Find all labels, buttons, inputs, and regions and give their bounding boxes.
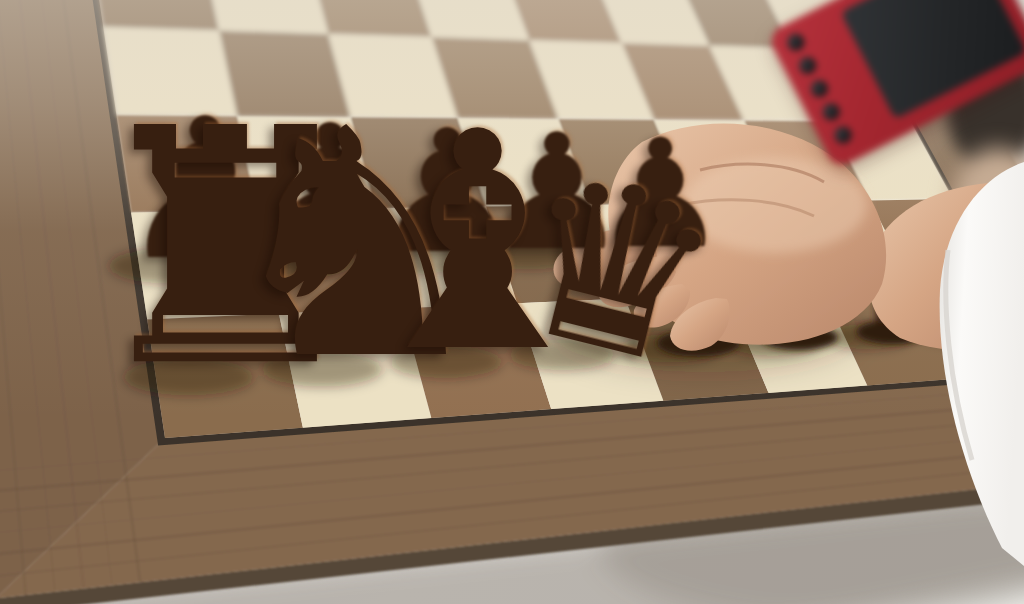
clock-button bbox=[832, 124, 855, 147]
clock-button bbox=[796, 54, 819, 77]
clock-button bbox=[784, 31, 807, 54]
chess-photo-scene: ♟♟♟♟♟♜♞♝♛ bbox=[0, 0, 1024, 604]
clock-button bbox=[808, 77, 831, 100]
clock-button bbox=[820, 100, 843, 123]
